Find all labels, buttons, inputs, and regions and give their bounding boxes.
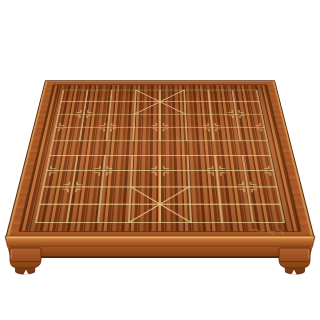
- table-base: [0, 0, 320, 320]
- table-leg-left: [10, 248, 41, 275]
- table-leg-right: [279, 248, 310, 275]
- product-photo-scene: [0, 0, 320, 320]
